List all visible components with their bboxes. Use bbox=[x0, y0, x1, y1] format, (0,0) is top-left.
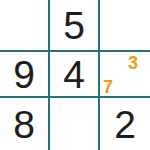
cell-r3c3[interactable]: 2 bbox=[100, 98, 150, 150]
cell-r2c3[interactable]: 3 7 bbox=[100, 52, 150, 98]
cell-value: 4 bbox=[63, 55, 85, 94]
cell-r1c2[interactable]: 5 bbox=[50, 0, 100, 52]
cell-value: 2 bbox=[114, 105, 136, 144]
cell-r1c1[interactable] bbox=[0, 0, 50, 52]
pencil-mark-7: 7 bbox=[103, 78, 113, 96]
cell-r1c3[interactable] bbox=[100, 0, 150, 52]
sudoku-board: 5 9 4 3 7 8 2 bbox=[0, 0, 150, 150]
cell-value: 5 bbox=[63, 6, 85, 45]
pencil-mark-3: 3 bbox=[128, 54, 138, 72]
cell-r2c2[interactable]: 4 bbox=[50, 52, 100, 98]
cell-r3c1[interactable]: 8 bbox=[0, 98, 50, 150]
cell-r3c2[interactable] bbox=[50, 98, 100, 150]
cell-value: 9 bbox=[13, 55, 35, 94]
cell-value: 8 bbox=[13, 105, 35, 144]
cell-r2c1[interactable]: 9 bbox=[0, 52, 50, 98]
